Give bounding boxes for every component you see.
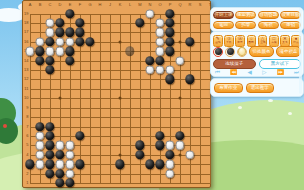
- media-control-button[interactable]: ⏪: [230, 69, 237, 75]
- stone-swatch: [227, 48, 234, 55]
- stone-black-selected[interactable]: [213, 47, 223, 57]
- stone-white: [65, 169, 74, 178]
- star-point: [119, 97, 122, 100]
- lesson-button[interactable]: 随堂测试: [235, 11, 256, 20]
- grid-line-v: [150, 14, 151, 184]
- stone-white: [35, 37, 44, 46]
- berry: [3, 124, 7, 128]
- tool-button-叉号[interactable]: ✕叉号: [280, 35, 290, 47]
- go-board[interactable]: ABCDEFGHJKLMNOPQRST191817161514131211109…: [22, 0, 211, 188]
- coordinate-column-label: L: [129, 3, 131, 7]
- stone-white: [155, 46, 164, 55]
- scrollbar[interactable]: [299, 8, 302, 94]
- stone-swatch: [238, 47, 246, 56]
- star-point: [119, 40, 122, 43]
- stone-white: [45, 28, 54, 37]
- stone-black: [115, 160, 124, 169]
- coordinate-row-label: 13: [24, 68, 29, 72]
- tool-label: 叉号: [282, 41, 287, 44]
- coordinate-column-label: K: [119, 3, 122, 7]
- pill-清空棋盘[interactable]: 清空棋盘: [276, 46, 301, 57]
- coordinate-row-label: 10: [24, 96, 29, 100]
- stone-black: [155, 160, 164, 169]
- stone-black: [65, 56, 74, 65]
- stone-black: [35, 56, 44, 65]
- star-point: [119, 153, 122, 156]
- media-control-button[interactable]: ⏩: [277, 69, 284, 75]
- stone-black: [75, 160, 84, 169]
- tool-button-三角[interactable]: △三角: [258, 35, 268, 47]
- stone-black: [165, 37, 174, 46]
- stone-black: [165, 150, 174, 159]
- coordinate-column-label: Q: [178, 3, 181, 7]
- game-action-button[interactable]: 返回: [213, 21, 234, 30]
- stone-white: [165, 65, 174, 74]
- stone-black: [65, 46, 74, 55]
- stone-black: [75, 131, 84, 140]
- coordinate-column-label: F: [79, 3, 81, 7]
- coordinate-row-label: 2: [24, 172, 29, 176]
- stone-black: [45, 56, 54, 65]
- stone-white: [155, 65, 164, 74]
- tool-button-字母[interactable]: Ⓐ字母: [235, 35, 245, 47]
- coordinate-column-label: T: [209, 3, 211, 7]
- stone-white: [25, 46, 34, 55]
- stone-black: [35, 122, 44, 131]
- star-point: [179, 97, 182, 100]
- game-action-button[interactable]: 悔棋: [258, 21, 279, 30]
- lesson-button[interactable]: 设置目标: [280, 11, 301, 20]
- stone-white[interactable]: [237, 47, 247, 57]
- tool-label: 三角: [260, 41, 265, 44]
- stone-black: [25, 160, 34, 169]
- coordinate-column-label: N: [149, 3, 152, 7]
- coordinate-row-label: 4: [24, 153, 29, 157]
- mode-pill[interactable]: 连续摆子: [213, 59, 256, 69]
- stone-black: [45, 150, 54, 159]
- footer-button[interactable]: 退出教学: [246, 83, 275, 93]
- tools-card: ✎画笔①手数Ⓐ字母○圆圈△三角□方块✕叉号●打点 切换颜色清空棋盘 连续摆子黑方…: [210, 31, 304, 77]
- stone-black: [145, 160, 154, 169]
- tool-label: 字母: [237, 41, 242, 44]
- coordinate-row-label: 18: [24, 21, 29, 25]
- stone-white: [165, 141, 174, 150]
- stone-black: [65, 28, 74, 37]
- stone-black: [45, 37, 54, 46]
- lesson-button[interactable]: 开始上课: [213, 11, 234, 20]
- stone-white: [175, 56, 184, 65]
- lesson-card: 开始上课随堂测试自动答题设置目标 返回托管悔棋撤销: [210, 7, 304, 32]
- coordinate-row-label: 9: [24, 106, 29, 110]
- coordinate-column-label: H: [99, 3, 102, 7]
- stone-white: [65, 37, 74, 46]
- tool-button-手数[interactable]: ①手数: [224, 35, 234, 47]
- tool-label: 手数: [226, 41, 231, 44]
- stone-white: [65, 160, 74, 169]
- tool-button-方块[interactable]: □方块: [269, 35, 279, 47]
- stone-black: [45, 65, 54, 74]
- coordinate-row-label: 8: [24, 115, 29, 119]
- stone-black: [45, 160, 54, 169]
- stone-black: [55, 178, 64, 187]
- stone-white: [145, 65, 154, 74]
- stone-black: [165, 46, 174, 55]
- stone-black: [55, 28, 64, 37]
- stone-white: [55, 37, 64, 46]
- stone-black: [55, 169, 64, 178]
- coordinate-row-label: 14: [24, 59, 29, 63]
- coordinate-column-label: R: [189, 3, 192, 7]
- coordinate-column-label: M: [138, 3, 141, 7]
- grid-line-h: [30, 127, 211, 128]
- stone-white: [35, 141, 44, 150]
- stone-black: [185, 37, 194, 46]
- stone-black: [45, 169, 54, 178]
- stone-white: [145, 9, 154, 18]
- stone-white: [35, 150, 44, 159]
- board-grid[interactable]: ABCDEFGHJKLMNOPQRST191817161514131211109…: [30, 14, 210, 184]
- coordinate-column-label: E: [69, 3, 72, 7]
- star-point: [59, 97, 62, 100]
- media-control-button[interactable]: ⏮: [215, 69, 220, 75]
- game-action-button[interactable]: 撤销: [280, 21, 301, 30]
- grid-line-v: [130, 14, 131, 184]
- stone-white: [175, 141, 184, 150]
- tool-label: 方块: [271, 41, 276, 44]
- coordinate-row-label: 19: [24, 12, 29, 16]
- stone-black: [145, 56, 154, 65]
- stone-black: [155, 141, 164, 150]
- sparkle: [288, 112, 292, 115]
- grid-line-h: [30, 117, 211, 118]
- stone-black: [75, 28, 84, 37]
- stone-black: [165, 18, 174, 27]
- stone-black: [55, 18, 64, 27]
- homework-card: 布置作业退出教学: [210, 78, 304, 97]
- tool-button-圆圈[interactable]: ○圆圈: [247, 35, 257, 47]
- stone-white: [65, 150, 74, 159]
- stone-black: [165, 75, 174, 84]
- stone-black: [185, 75, 194, 84]
- coordinate-row-label: 7: [24, 125, 29, 129]
- coordinate-row-label: 12: [24, 77, 29, 81]
- stone-white: [155, 28, 164, 37]
- stone-black: [135, 141, 144, 150]
- stone-black: [135, 18, 144, 27]
- stone-white: [155, 18, 164, 27]
- coordinate-column-label: O: [158, 3, 161, 7]
- stone-white: [65, 141, 74, 150]
- stone-white: [45, 18, 54, 27]
- stone-white: [35, 131, 44, 140]
- stone-white: [55, 46, 64, 55]
- coordinate-row-label: 1: [24, 181, 29, 185]
- star-point: [179, 153, 182, 156]
- coordinate-column-label: G: [88, 3, 91, 7]
- stone-black[interactable]: [225, 47, 235, 57]
- star-point: [179, 40, 182, 43]
- stone-black: [175, 131, 184, 140]
- coordinate-column-label: S: [199, 3, 202, 7]
- stone-white: [35, 160, 44, 169]
- stone-black: [155, 56, 164, 65]
- coordinate-row-label: 11: [24, 87, 29, 91]
- pill-切换颜色[interactable]: 切换颜色: [249, 46, 274, 57]
- stone-white: [185, 150, 194, 159]
- stone-black: [35, 46, 44, 55]
- stone-white: [155, 37, 164, 46]
- stone-black: [165, 9, 174, 18]
- footer-button[interactable]: 布置作业: [214, 83, 243, 93]
- stone-black: [75, 37, 84, 46]
- coordinate-row-label: 17: [24, 30, 29, 34]
- stone-black: [45, 122, 54, 131]
- tool-label: 画笔: [215, 41, 220, 44]
- game-action-button[interactable]: 托管: [235, 21, 256, 30]
- coordinate-column-label: P: [169, 3, 172, 7]
- stone-black: [165, 28, 174, 37]
- coordinate-row-label: 6: [24, 134, 29, 138]
- stone-black: [45, 131, 54, 140]
- stone-white: [55, 141, 64, 150]
- stone-black: [135, 150, 144, 159]
- media-control-button[interactable]: ▷: [262, 69, 266, 75]
- coordinate-column-label: J: [109, 3, 111, 7]
- coordinate-row-label: 5: [24, 143, 29, 147]
- mode-pill[interactable]: 黑方试下: [259, 59, 302, 69]
- stone-white: [45, 46, 54, 55]
- grid-line-v: [200, 14, 201, 184]
- coordinate-row-label: 16: [24, 40, 29, 44]
- coordinate-column-label: A: [29, 3, 32, 7]
- stone-black: [85, 37, 94, 46]
- stone-black: [45, 141, 54, 150]
- tool-button-画笔[interactable]: ✎画笔: [213, 35, 223, 47]
- stone-black: [65, 178, 74, 187]
- lesson-button[interactable]: 自动答题: [258, 11, 279, 20]
- grid-line-h: [30, 108, 211, 109]
- stone-black: [155, 131, 164, 140]
- coordinate-column-label: B: [39, 3, 42, 7]
- stone-white: [165, 160, 174, 169]
- sparkle: [268, 99, 273, 102]
- sparkle: [238, 106, 242, 109]
- stone-white: [55, 160, 64, 169]
- media-control-button[interactable]: ◀: [248, 69, 252, 75]
- ghost-stone: [125, 46, 134, 55]
- stone-black: [55, 150, 64, 159]
- coordinate-column-label: D: [59, 3, 62, 7]
- tool-label: 圆圈: [249, 41, 254, 44]
- stone-swatch: [215, 48, 222, 55]
- stone-black: [65, 9, 74, 18]
- stone-black: [75, 18, 84, 27]
- stone-white: [165, 169, 174, 178]
- coordinate-column-label: C: [49, 3, 52, 7]
